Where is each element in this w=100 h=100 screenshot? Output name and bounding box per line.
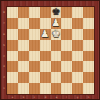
square-e3[interactable]	[51, 61, 62, 72]
square-a4[interactable]	[7, 51, 18, 62]
square-f1[interactable]	[61, 83, 72, 94]
square-g7[interactable]	[72, 18, 83, 29]
file-label-e: e	[54, 96, 58, 99]
square-h1[interactable]	[83, 83, 94, 94]
square-c7[interactable]	[29, 18, 40, 29]
file-label-d: d	[43, 96, 47, 99]
square-d2[interactable]	[40, 72, 51, 83]
white-pawn-d6[interactable]: ♟	[41, 29, 50, 39]
square-c2[interactable]	[29, 72, 40, 83]
file-label-g: g	[76, 96, 80, 99]
square-f3[interactable]	[61, 61, 72, 72]
file-label-a: a	[10, 96, 14, 99]
square-c5[interactable]	[29, 40, 40, 51]
square-h5[interactable]	[83, 40, 94, 51]
rank-labels: 87654321	[1, 7, 7, 94]
square-f4[interactable]	[61, 51, 72, 62]
square-d4[interactable]	[40, 51, 51, 62]
square-a3[interactable]	[7, 61, 18, 72]
square-a6[interactable]	[7, 29, 18, 40]
square-c4[interactable]	[29, 51, 40, 62]
square-b8[interactable]	[18, 7, 29, 18]
square-h3[interactable]	[83, 61, 94, 72]
file-label-c: c	[32, 96, 36, 99]
square-d6[interactable]: ♟	[40, 29, 51, 40]
square-b7[interactable]	[18, 18, 29, 29]
square-b5[interactable]	[18, 40, 29, 51]
white-king-e6[interactable]: ♚	[51, 29, 60, 39]
square-h6[interactable]	[83, 29, 94, 40]
chess-board[interactable]: ♚♟♟♚	[7, 7, 94, 94]
rank-label-7: 7	[3, 21, 5, 25]
square-f2[interactable]	[61, 72, 72, 83]
square-g3[interactable]	[72, 61, 83, 72]
file-label-b: b	[21, 96, 25, 99]
rank-label-8: 8	[3, 10, 5, 14]
square-c6[interactable]	[29, 29, 40, 40]
rank-label-1: 1	[3, 86, 5, 90]
square-d3[interactable]	[40, 61, 51, 72]
square-c8[interactable]	[29, 7, 40, 18]
square-d5[interactable]	[40, 40, 51, 51]
square-f6[interactable]	[61, 29, 72, 40]
square-g5[interactable]	[72, 40, 83, 51]
file-labels: abcdefgh	[7, 94, 94, 100]
square-b2[interactable]	[18, 72, 29, 83]
rank-label-5: 5	[3, 43, 5, 47]
square-e5[interactable]	[51, 40, 62, 51]
square-e4[interactable]	[51, 51, 62, 62]
square-f7[interactable]	[61, 18, 72, 29]
square-g8[interactable]	[72, 7, 83, 18]
file-label-h: h	[86, 96, 90, 99]
square-g1[interactable]	[72, 83, 83, 94]
square-f5[interactable]	[61, 40, 72, 51]
square-a1[interactable]	[7, 83, 18, 94]
square-h2[interactable]	[83, 72, 94, 83]
square-a2[interactable]	[7, 72, 18, 83]
black-king-e8[interactable]: ♚	[51, 7, 60, 17]
square-g6[interactable]	[72, 29, 83, 40]
chessboard-frame: 87654321 abcdefgh ♚♟♟♚	[0, 0, 100, 100]
square-e6[interactable]: ♚	[51, 29, 62, 40]
square-b6[interactable]	[18, 29, 29, 40]
rank-label-3: 3	[3, 65, 5, 69]
square-d1[interactable]	[40, 83, 51, 94]
file-label-f: f	[65, 96, 69, 99]
square-f8[interactable]	[61, 7, 72, 18]
square-e1[interactable]	[51, 83, 62, 94]
square-g4[interactable]	[72, 51, 83, 62]
square-a5[interactable]	[7, 40, 18, 51]
rank-label-2: 2	[3, 76, 5, 80]
square-b3[interactable]	[18, 61, 29, 72]
white-pawn-e7[interactable]: ♟	[51, 18, 60, 28]
square-c1[interactable]	[29, 83, 40, 94]
square-d8[interactable]	[40, 7, 51, 18]
square-b4[interactable]	[18, 51, 29, 62]
square-a7[interactable]	[7, 18, 18, 29]
square-c3[interactable]	[29, 61, 40, 72]
square-h7[interactable]	[83, 18, 94, 29]
square-h8[interactable]	[83, 7, 94, 18]
square-g2[interactable]	[72, 72, 83, 83]
square-a8[interactable]	[7, 7, 18, 18]
square-h4[interactable]	[83, 51, 94, 62]
square-e2[interactable]	[51, 72, 62, 83]
rank-label-6: 6	[3, 32, 5, 36]
square-b1[interactable]	[18, 83, 29, 94]
rank-label-4: 4	[3, 54, 5, 58]
